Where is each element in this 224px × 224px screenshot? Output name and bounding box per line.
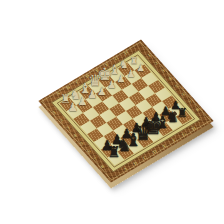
product-photo: AA11BB22CC33DD44EE55FF66GG77HH88 ♜♞♟♝♟♚♟… [0, 0, 224, 224]
piece-white-pawn: ♟ [117, 74, 126, 84]
piece-white-pawn: ♟ [107, 80, 116, 90]
piece-white-pawn: ♟ [127, 69, 136, 79]
pieces-layer: ♜♞♟♝♟♚♟♛♟♝♟♞♟♜♟♟♟♟♜♟♞♟♝♟♚♟♛♟♝♟♞♜ [0, 0, 224, 224]
piece-white-pawn: ♟ [68, 102, 78, 114]
piece-white-pawn: ♟ [97, 85, 106, 96]
piece-white-pawn: ♟ [77, 96, 87, 107]
piece-black-rook: ♜ [107, 145, 120, 160]
piece-white-pawn: ♟ [137, 63, 145, 72]
piece-white-pawn: ♟ [87, 91, 97, 102]
